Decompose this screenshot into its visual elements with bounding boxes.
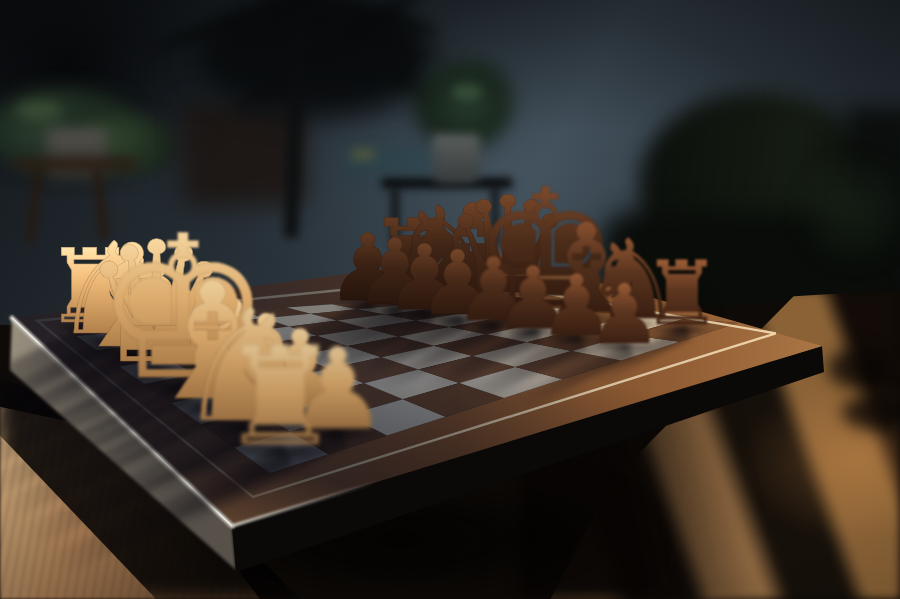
piece-black-pawn-h7: ♟ — [588, 273, 662, 356]
piece-white-rook-h1: ♜ — [219, 329, 341, 465]
pieces-layer: ♜♟♟♜♞♟♟♞♝♟♟♝♛♟♟♛♚♟♟♚♝♟♟♝♞♟♟♞♜♟♟♜ — [0, 0, 900, 599]
chess-photo-scene: ♜♟♟♜♞♟♟♞♝♟♟♝♛♟♟♛♚♟♟♚♝♟♟♝♞♟♟♞♜♟♟♜ — [0, 0, 900, 599]
